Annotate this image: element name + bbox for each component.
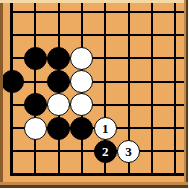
frame-left bbox=[0, 0, 3, 188]
frame-right-outer bbox=[186, 0, 189, 188]
move-number-label: 2 bbox=[102, 145, 109, 158]
white-stone-B3 bbox=[24, 117, 47, 140]
black-stone-B6 bbox=[24, 47, 47, 70]
black-stone-C3 bbox=[47, 117, 70, 140]
go-board-diagram: 123 bbox=[0, 0, 188, 188]
grid-line-vertical bbox=[174, 2, 176, 176]
black-stone-E2: 2 bbox=[94, 140, 117, 163]
white-stone-D4 bbox=[70, 93, 93, 116]
white-stone-D5 bbox=[70, 70, 93, 93]
move-number-label: 3 bbox=[125, 145, 132, 158]
frame-top-highlight bbox=[0, 0, 188, 3]
grid-line-vertical bbox=[34, 2, 36, 176]
frame-bottom-outer bbox=[0, 185, 188, 189]
black-stone-C6 bbox=[47, 47, 70, 70]
white-stone-C4 bbox=[47, 93, 70, 116]
black-stone-A5 bbox=[1, 70, 24, 93]
move-number-label: 1 bbox=[102, 122, 109, 135]
grid-line-vertical bbox=[151, 2, 153, 176]
white-stone-D6 bbox=[70, 47, 93, 70]
black-stone-C5 bbox=[47, 70, 70, 93]
black-stone-D3 bbox=[70, 117, 93, 140]
white-stone-E3: 1 bbox=[94, 117, 117, 140]
black-stone-B4 bbox=[24, 93, 47, 116]
white-stone-F2: 3 bbox=[117, 140, 140, 163]
